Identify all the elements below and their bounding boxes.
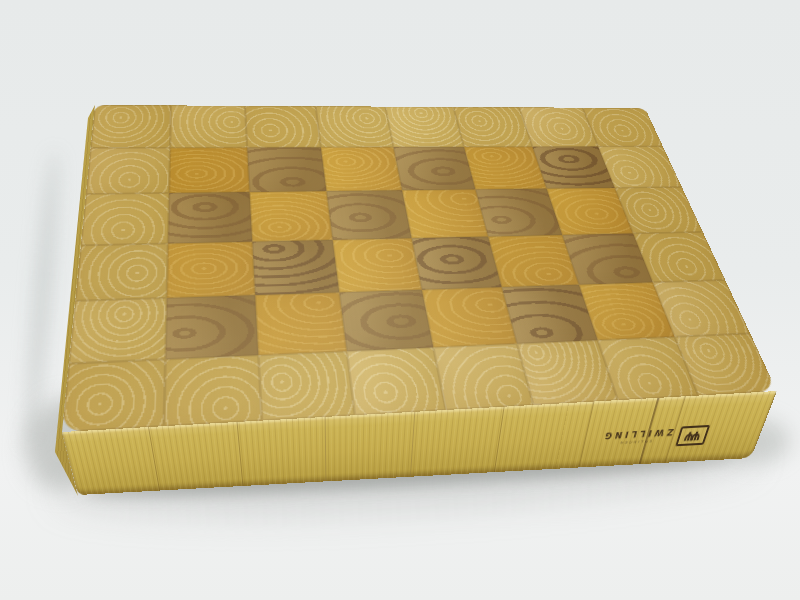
brand-stamp-subtext: SOLINGEN [618,439,653,445]
board-square [91,105,171,148]
board-square [340,290,434,351]
board-square [81,193,169,245]
board-square [170,105,247,147]
board-square [433,343,533,410]
scene: ZWILLING SOLINGEN ΨΨ [0,0,800,600]
board-square [422,287,517,347]
board-square [255,292,348,354]
brand-stamp-texts: ZWILLING SOLINGEN [600,427,675,447]
board-square [249,191,333,241]
board-square [402,189,488,237]
board-square [169,147,249,193]
board-square [75,243,167,301]
board-square [316,106,393,147]
board-square [321,147,402,191]
board-square [164,355,262,427]
cutting-board-top-face [62,105,777,432]
board-square [347,347,446,415]
board-square [247,147,327,192]
board-square [86,147,170,194]
board-square [165,295,258,359]
board-square [69,298,166,363]
brand-logo-box: ΨΨ [676,425,711,446]
board-square [258,351,356,421]
board-square [244,106,321,147]
board-square [62,359,165,432]
board-square [166,241,254,298]
board-square [385,107,463,147]
board-square [333,238,422,293]
board-square [252,239,340,295]
brand-stamp-text: ZWILLING [601,427,675,440]
board-square [327,190,412,239]
board-square [393,146,475,190]
brand-stamp: ZWILLING SOLINGEN ΨΨ [599,425,711,451]
board-square [412,236,502,290]
twins-logo-icon: ΨΨ [683,429,702,442]
board-square [168,192,252,243]
